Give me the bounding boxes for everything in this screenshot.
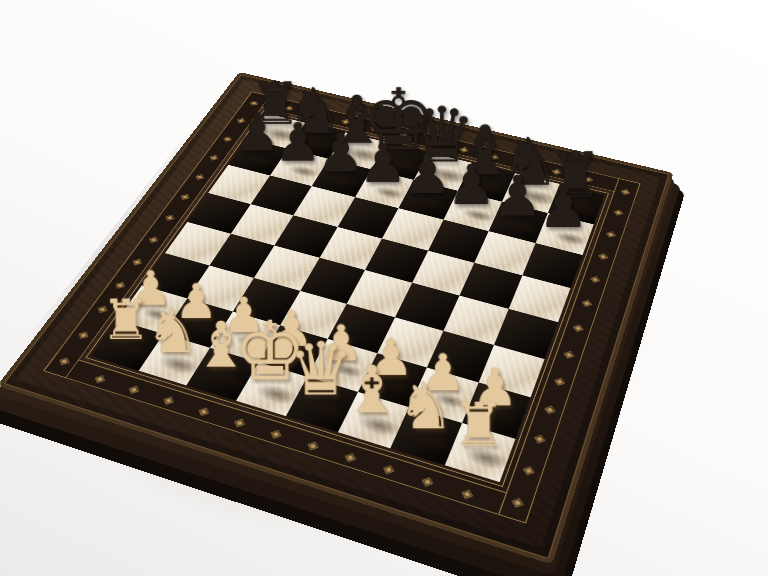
rook-glyph: ♜ xyxy=(410,395,548,455)
pawn-glyph: ♟ xyxy=(505,180,622,236)
product-photo-scene: ◈◈◈◈◈◈◈◈◈◈◈◈◈ ◈◈◈◈◈◈◈◈◈◈◈◈◈ ◈◈◈◈◈◈◈◈◈◈◈◈… xyxy=(0,0,768,576)
